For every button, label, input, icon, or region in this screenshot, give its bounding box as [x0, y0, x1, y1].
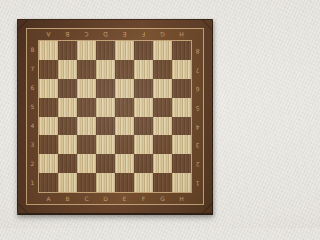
- rank-labels-right: 87654321: [192, 41, 203, 192]
- square-g7: [153, 60, 172, 79]
- square-b4: [58, 117, 77, 136]
- square-h3: [172, 135, 191, 154]
- square-e8: [115, 41, 134, 60]
- square-h2: [172, 154, 191, 173]
- rank-label-right-1: 1: [192, 173, 203, 192]
- square-f1: [134, 173, 153, 192]
- square-g1: [153, 173, 172, 192]
- file-label-bottom-a: A: [39, 193, 58, 204]
- file-label-bottom-d: D: [96, 193, 115, 204]
- file-label-bottom-c: C: [77, 193, 96, 204]
- square-e7: [115, 60, 134, 79]
- square-c2: [77, 154, 96, 173]
- square-d3: [96, 135, 115, 154]
- rank-label-left-2: 2: [27, 154, 38, 173]
- rank-label-left-5: 5: [27, 98, 38, 117]
- square-b1: [58, 173, 77, 192]
- square-a1: [39, 173, 58, 192]
- square-g4: [153, 117, 172, 136]
- square-e4: [115, 117, 134, 136]
- chessboard: ABCDEFGH ABCDEFGH 87654321 87654321: [17, 19, 213, 215]
- square-e5: [115, 98, 134, 117]
- rank-label-left-1: 1: [27, 173, 38, 192]
- square-e3: [115, 135, 134, 154]
- file-label-bottom-f: F: [134, 193, 153, 204]
- square-d7: [96, 60, 115, 79]
- rank-label-left-8: 8: [27, 41, 38, 60]
- square-h5: [172, 98, 191, 117]
- square-d8: [96, 41, 115, 60]
- square-e1: [115, 173, 134, 192]
- rank-label-right-8: 8: [192, 41, 203, 60]
- square-d6: [96, 79, 115, 98]
- coordinate-band: ABCDEFGH ABCDEFGH 87654321 87654321: [26, 28, 204, 205]
- background-surface: { "game": "chess", "scene": "overhead ph…: [0, 0, 228, 228]
- square-b3: [58, 135, 77, 154]
- square-f4: [134, 117, 153, 136]
- square-b6: [58, 79, 77, 98]
- square-h4: [172, 117, 191, 136]
- file-label-top-f: F: [134, 29, 153, 40]
- square-g6: [153, 79, 172, 98]
- square-g5: [153, 98, 172, 117]
- square-g3: [153, 135, 172, 154]
- square-b7: [58, 60, 77, 79]
- square-f7: [134, 60, 153, 79]
- square-c6: [77, 79, 96, 98]
- file-label-bottom-e: E: [115, 193, 134, 204]
- square-f2: [134, 154, 153, 173]
- square-a6: [39, 79, 58, 98]
- square-d1: [96, 173, 115, 192]
- square-h7: [172, 60, 191, 79]
- square-d4: [96, 117, 115, 136]
- square-d5: [96, 98, 115, 117]
- rank-label-right-3: 3: [192, 135, 203, 154]
- square-c7: [77, 60, 96, 79]
- square-f6: [134, 79, 153, 98]
- rank-label-right-4: 4: [192, 117, 203, 136]
- square-a3: [39, 135, 58, 154]
- square-c4: [77, 117, 96, 136]
- board-grid: [38, 40, 192, 193]
- square-g2: [153, 154, 172, 173]
- square-f3: [134, 135, 153, 154]
- file-label-top-h: H: [172, 29, 191, 40]
- square-a8: [39, 41, 58, 60]
- square-c8: [77, 41, 96, 60]
- file-label-top-b: B: [58, 29, 77, 40]
- file-label-top-e: E: [115, 29, 134, 40]
- file-labels-bottom: ABCDEFGH: [39, 193, 191, 204]
- square-f8: [134, 41, 153, 60]
- rank-label-left-3: 3: [27, 135, 38, 154]
- square-b8: [58, 41, 77, 60]
- square-e2: [115, 154, 134, 173]
- square-c3: [77, 135, 96, 154]
- rank-label-left-6: 6: [27, 79, 38, 98]
- square-c1: [77, 173, 96, 192]
- rank-labels-left: 87654321: [27, 41, 38, 192]
- square-h6: [172, 79, 191, 98]
- file-label-top-d: D: [96, 29, 115, 40]
- square-h8: [172, 41, 191, 60]
- square-b2: [58, 154, 77, 173]
- file-label-top-a: A: [39, 29, 58, 40]
- file-label-top-c: C: [77, 29, 96, 40]
- file-label-bottom-g: G: [153, 193, 172, 204]
- square-d2: [96, 154, 115, 173]
- square-a2: [39, 154, 58, 173]
- file-label-top-g: G: [153, 29, 172, 40]
- rank-label-right-2: 2: [192, 154, 203, 173]
- square-h1: [172, 173, 191, 192]
- file-labels-top: ABCDEFGH: [39, 29, 191, 40]
- square-b5: [58, 98, 77, 117]
- rank-label-left-7: 7: [27, 60, 38, 79]
- square-e6: [115, 79, 134, 98]
- square-a7: [39, 60, 58, 79]
- rank-label-right-5: 5: [192, 98, 203, 117]
- square-c5: [77, 98, 96, 117]
- rank-label-left-4: 4: [27, 117, 38, 136]
- square-a5: [39, 98, 58, 117]
- file-label-bottom-b: B: [58, 193, 77, 204]
- file-label-bottom-h: H: [172, 193, 191, 204]
- rank-label-right-7: 7: [192, 60, 203, 79]
- square-a4: [39, 117, 58, 136]
- square-f5: [134, 98, 153, 117]
- square-g8: [153, 41, 172, 60]
- rank-label-right-6: 6: [192, 79, 203, 98]
